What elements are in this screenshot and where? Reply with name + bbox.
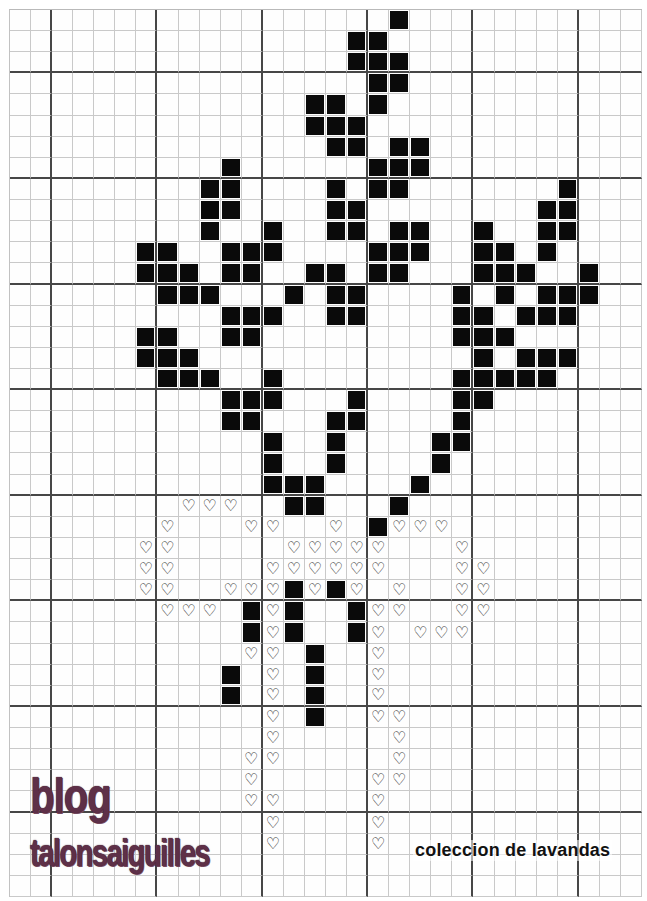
grid-cell <box>600 728 621 749</box>
grid-cell <box>242 876 263 897</box>
grid-cell <box>263 855 284 876</box>
grid-cell <box>52 263 73 284</box>
stitch-black-cell <box>263 369 284 390</box>
grid-cell <box>115 390 136 411</box>
grid-cell <box>600 116 621 137</box>
grid-cell <box>579 475 600 496</box>
stitch-heart-cell: ♡ <box>263 813 284 834</box>
grid-cell <box>179 791 200 812</box>
stitch-black-cell <box>157 285 178 306</box>
grid-cell <box>73 834 94 855</box>
grid-cell <box>431 791 452 812</box>
grid-cell <box>600 749 621 770</box>
grid-cell <box>179 137 200 158</box>
grid-cell <box>410 707 431 728</box>
stitch-heart-cell: ♡ <box>347 580 368 601</box>
grid-cell <box>495 791 516 812</box>
grid-cell <box>179 813 200 834</box>
grid-cell <box>431 686 452 707</box>
grid-cell <box>10 10 31 31</box>
grid-cell <box>495 644 516 665</box>
stitch-black-cell <box>516 263 537 284</box>
grid-cell <box>115 770 136 791</box>
grid-cell <box>10 137 31 158</box>
grid-cell <box>52 855 73 876</box>
cross-stitch-grid: ♡♡♡♡♡♡♡♡♡♡♡♡♡♡♡♡♡♡♡♡♡♡♡♡♡♡♡♡♡♡♡♡♡♡♡♡♡♡♡♡… <box>9 9 642 897</box>
grid-cell <box>31 73 52 94</box>
stitch-heart-cell: ♡ <box>263 622 284 643</box>
grid-cell <box>200 665 221 686</box>
grid-cell <box>326 770 347 791</box>
grid-cell <box>579 813 600 834</box>
grid-cell <box>495 31 516 52</box>
stitch-heart-cell: ♡ <box>136 580 157 601</box>
grid-cell <box>305 432 326 453</box>
stitch-black-cell <box>452 411 473 432</box>
grid-cell <box>221 369 242 390</box>
grid-cell <box>136 179 157 200</box>
grid-cell <box>326 749 347 770</box>
grid-cell <box>537 137 558 158</box>
grid-cell <box>136 622 157 643</box>
grid-cell <box>326 876 347 897</box>
grid-cell <box>115 876 136 897</box>
grid-cell <box>179 644 200 665</box>
grid-cell <box>157 686 178 707</box>
grid-cell <box>495 622 516 643</box>
grid-cell <box>200 686 221 707</box>
stitch-heart-cell: ♡ <box>368 707 389 728</box>
grid-cell <box>326 158 347 179</box>
stitch-heart-cell: ♡ <box>389 707 410 728</box>
stitch-black-cell <box>473 369 494 390</box>
grid-cell <box>410 496 431 517</box>
grid-cell <box>431 348 452 369</box>
grid-cell <box>221 728 242 749</box>
grid-cell <box>284 348 305 369</box>
grid-cell <box>94 834 115 855</box>
grid-cell <box>179 327 200 348</box>
grid-cell <box>73 855 94 876</box>
grid-cell <box>115 517 136 538</box>
grid-cell <box>115 221 136 242</box>
stitch-black-cell <box>473 390 494 411</box>
grid-cell <box>10 517 31 538</box>
grid-cell <box>621 221 642 242</box>
grid-cell <box>537 158 558 179</box>
grid-cell <box>242 538 263 559</box>
grid-cell <box>600 73 621 94</box>
grid-cell <box>179 158 200 179</box>
stitch-black-cell <box>179 285 200 306</box>
stitch-black-cell <box>410 475 431 496</box>
grid-cell <box>136 876 157 897</box>
grid-cell <box>115 242 136 263</box>
grid-cell <box>221 285 242 306</box>
stitch-black-cell <box>221 242 242 263</box>
grid-cell <box>621 390 642 411</box>
grid-cell <box>410 369 431 390</box>
grid-cell <box>242 559 263 580</box>
grid-cell <box>284 834 305 855</box>
stitch-black-cell <box>558 285 579 306</box>
grid-cell <box>558 158 579 179</box>
grid-cell <box>157 31 178 52</box>
grid-cell <box>473 285 494 306</box>
grid-cell <box>200 475 221 496</box>
stitch-heart-cell: ♡ <box>452 601 473 622</box>
grid-cell <box>73 94 94 115</box>
stitch-heart-cell: ♡ <box>263 707 284 728</box>
grid-cell <box>305 200 326 221</box>
grid-cell <box>115 813 136 834</box>
grid-cell <box>94 221 115 242</box>
grid-cell <box>410 348 431 369</box>
stitch-black-cell <box>452 327 473 348</box>
grid-cell <box>600 369 621 390</box>
stitch-heart-cell: ♡ <box>389 601 410 622</box>
grid-cell <box>473 749 494 770</box>
grid-cell <box>200 517 221 538</box>
stitch-black-cell <box>221 200 242 221</box>
grid-cell <box>410 285 431 306</box>
grid-cell <box>326 622 347 643</box>
grid-cell <box>221 52 242 73</box>
grid-cell <box>368 411 389 432</box>
grid-cell <box>157 73 178 94</box>
grid-cell <box>473 475 494 496</box>
pattern-page: ♡♡♡♡♡♡♡♡♡♡♡♡♡♡♡♡♡♡♡♡♡♡♡♡♡♡♡♡♡♡♡♡♡♡♡♡♡♡♡♡… <box>0 0 647 901</box>
grid-cell <box>305 73 326 94</box>
grid-cell <box>94 390 115 411</box>
grid-cell <box>10 263 31 284</box>
stitch-heart-cell: ♡ <box>410 622 431 643</box>
stitch-black-cell <box>221 327 242 348</box>
grid-cell <box>94 263 115 284</box>
grid-cell <box>621 559 642 580</box>
grid-cell <box>115 10 136 31</box>
grid-cell <box>558 707 579 728</box>
grid-cell <box>473 31 494 52</box>
grid-cell <box>136 10 157 31</box>
grid-cell <box>94 94 115 115</box>
grid-cell <box>115 622 136 643</box>
grid-cell <box>263 200 284 221</box>
stitch-black-cell <box>157 242 178 263</box>
grid-cell <box>115 644 136 665</box>
grid-cell <box>305 221 326 242</box>
grid-cell <box>221 813 242 834</box>
grid-cell <box>537 559 558 580</box>
grid-cell <box>600 200 621 221</box>
grid-cell <box>452 242 473 263</box>
grid-cell <box>115 834 136 855</box>
grid-cell <box>31 791 52 812</box>
grid-cell <box>600 686 621 707</box>
grid-cell <box>94 10 115 31</box>
stitch-heart-cell: ♡ <box>326 559 347 580</box>
grid-cell <box>73 137 94 158</box>
grid-cell <box>73 179 94 200</box>
grid-cell <box>73 31 94 52</box>
grid-cell <box>284 179 305 200</box>
grid-cell <box>368 580 389 601</box>
grid-cell <box>157 644 178 665</box>
grid-cell <box>52 496 73 517</box>
grid-cell <box>284 749 305 770</box>
grid-cell <box>347 770 368 791</box>
grid-cell <box>537 390 558 411</box>
grid-cell <box>579 686 600 707</box>
grid-cell <box>558 813 579 834</box>
stitch-black-cell <box>263 453 284 474</box>
stitch-black-cell <box>242 390 263 411</box>
grid-cell <box>621 327 642 348</box>
grid-cell <box>305 791 326 812</box>
stitch-heart-cell: ♡ <box>410 517 431 538</box>
grid-cell <box>31 390 52 411</box>
grid-cell <box>516 31 537 52</box>
grid-cell <box>326 475 347 496</box>
grid-cell <box>600 453 621 474</box>
grid-cell <box>284 10 305 31</box>
grid-cell <box>73 517 94 538</box>
grid-cell <box>558 137 579 158</box>
grid-cell <box>389 94 410 115</box>
grid-cell <box>621 475 642 496</box>
grid-cell <box>516 137 537 158</box>
stitch-heart-cell: ♡ <box>347 559 368 580</box>
stitch-black-cell <box>452 432 473 453</box>
grid-cell <box>410 538 431 559</box>
grid-cell <box>516 285 537 306</box>
stitch-black-cell <box>263 221 284 242</box>
grid-cell <box>473 73 494 94</box>
stitch-black-cell <box>305 644 326 665</box>
grid-cell <box>537 179 558 200</box>
stitch-black-cell <box>326 116 347 137</box>
grid-cell <box>621 432 642 453</box>
grid-cell <box>326 813 347 834</box>
grid-cell <box>579 327 600 348</box>
grid-cell <box>73 73 94 94</box>
grid-cell <box>558 770 579 791</box>
grid-cell <box>73 411 94 432</box>
grid-cell <box>368 390 389 411</box>
grid-cell <box>73 453 94 474</box>
stitch-black-cell <box>347 221 368 242</box>
grid-cell <box>579 876 600 897</box>
grid-cell <box>473 791 494 812</box>
grid-cell <box>326 390 347 411</box>
grid-cell <box>94 31 115 52</box>
grid-cell <box>431 538 452 559</box>
grid-cell <box>305 158 326 179</box>
grid-cell <box>284 52 305 73</box>
grid-cell <box>136 601 157 622</box>
stitch-black-cell <box>179 263 200 284</box>
grid-cell <box>10 749 31 770</box>
stitch-heart-cell: ♡ <box>179 496 200 517</box>
grid-cell <box>179 390 200 411</box>
grid-cell <box>516 770 537 791</box>
grid-cell <box>305 601 326 622</box>
grid-cell <box>284 327 305 348</box>
grid-cell <box>621 496 642 517</box>
grid-cell <box>558 517 579 538</box>
grid-cell <box>179 31 200 52</box>
grid-cell <box>73 263 94 284</box>
grid-cell <box>305 285 326 306</box>
grid-cell <box>495 517 516 538</box>
grid-cell <box>305 770 326 791</box>
grid-cell <box>621 749 642 770</box>
grid-cell <box>10 834 31 855</box>
stitch-heart-cell: ♡ <box>221 496 242 517</box>
grid-cell <box>179 665 200 686</box>
grid-cell <box>94 876 115 897</box>
grid-cell <box>558 622 579 643</box>
stitch-black-cell <box>263 390 284 411</box>
stitch-black-cell <box>473 327 494 348</box>
stitch-black-cell <box>242 263 263 284</box>
grid-cell <box>263 137 284 158</box>
grid-cell <box>326 686 347 707</box>
grid-cell <box>179 411 200 432</box>
grid-cell <box>600 31 621 52</box>
stitch-black-cell <box>473 221 494 242</box>
grid-cell <box>579 179 600 200</box>
grid-cell <box>452 876 473 897</box>
grid-cell <box>621 31 642 52</box>
stitch-black-cell <box>410 221 431 242</box>
grid-cell <box>31 285 52 306</box>
grid-cell <box>368 855 389 876</box>
grid-cell <box>389 876 410 897</box>
grid-cell <box>52 749 73 770</box>
grid-cell <box>473 453 494 474</box>
grid-cell <box>537 52 558 73</box>
grid-cell <box>600 517 621 538</box>
grid-cell <box>94 432 115 453</box>
grid-cell <box>600 94 621 115</box>
stitch-black-cell <box>157 327 178 348</box>
stitch-black-cell <box>452 285 473 306</box>
grid-cell <box>31 116 52 137</box>
grid-cell <box>31 644 52 665</box>
stitch-black-cell <box>305 263 326 284</box>
grid-cell <box>115 116 136 137</box>
grid-cell <box>94 200 115 221</box>
stitch-black-cell <box>242 622 263 643</box>
grid-cell <box>600 327 621 348</box>
grid-cell <box>347 73 368 94</box>
grid-cell <box>157 834 178 855</box>
grid-cell <box>516 644 537 665</box>
grid-cell <box>410 686 431 707</box>
grid-cell <box>179 834 200 855</box>
stitch-black-cell <box>242 242 263 263</box>
grid-cell <box>368 876 389 897</box>
grid-cell <box>537 644 558 665</box>
grid-cell <box>516 538 537 559</box>
grid-cell <box>621 601 642 622</box>
grid-cell <box>200 834 221 855</box>
grid-cell <box>537 496 558 517</box>
grid-cell <box>389 453 410 474</box>
grid-cell <box>31 728 52 749</box>
grid-cell <box>263 285 284 306</box>
grid-cell <box>115 686 136 707</box>
grid-cell <box>347 432 368 453</box>
grid-cell <box>10 813 31 834</box>
grid-cell <box>621 52 642 73</box>
grid-cell <box>410 200 431 221</box>
grid-cell <box>157 707 178 728</box>
grid-cell <box>579 306 600 327</box>
grid-cell <box>600 622 621 643</box>
stitch-heart-cell: ♡ <box>305 559 326 580</box>
grid-cell <box>52 306 73 327</box>
grid-cell <box>284 116 305 137</box>
grid-cell <box>94 686 115 707</box>
grid-cell <box>52 580 73 601</box>
grid-cell <box>263 52 284 73</box>
grid-cell <box>115 601 136 622</box>
stitch-black-cell <box>326 179 347 200</box>
grid-cell <box>347 517 368 538</box>
grid-cell <box>452 263 473 284</box>
grid-cell <box>242 179 263 200</box>
grid-cell <box>52 770 73 791</box>
grid-cell <box>31 813 52 834</box>
stitch-black-cell <box>389 179 410 200</box>
stitch-black-cell <box>389 73 410 94</box>
grid-cell <box>537 876 558 897</box>
grid-cell <box>600 306 621 327</box>
grid-cell <box>326 52 347 73</box>
stitch-black-cell <box>368 517 389 538</box>
grid-cell <box>94 158 115 179</box>
stitch-heart-cell: ♡ <box>368 601 389 622</box>
grid-cell <box>136 496 157 517</box>
grid-cell <box>94 137 115 158</box>
grid-cell <box>31 601 52 622</box>
grid-cell <box>157 306 178 327</box>
grid-cell <box>200 791 221 812</box>
grid-cell <box>558 31 579 52</box>
grid-cell <box>136 834 157 855</box>
grid-cell <box>52 876 73 897</box>
grid-cell <box>516 559 537 580</box>
grid-cell <box>73 52 94 73</box>
stitch-black-cell <box>242 327 263 348</box>
stitch-black-cell <box>452 306 473 327</box>
stitch-black-cell <box>347 285 368 306</box>
stitch-black-cell <box>516 369 537 390</box>
grid-cell <box>389 665 410 686</box>
stitch-black-cell <box>305 116 326 137</box>
grid-cell <box>410 770 431 791</box>
grid-cell <box>221 770 242 791</box>
grid-cell <box>368 327 389 348</box>
grid-cell <box>410 390 431 411</box>
grid-cell <box>410 791 431 812</box>
stitch-heart-cell: ♡ <box>473 580 494 601</box>
grid-cell <box>347 813 368 834</box>
grid-cell <box>200 242 221 263</box>
grid-cell <box>600 813 621 834</box>
